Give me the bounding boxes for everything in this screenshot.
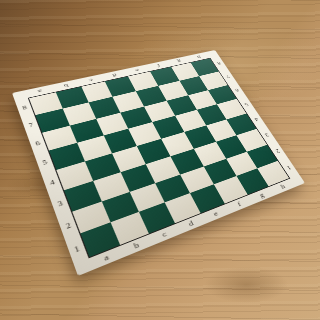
wood-table: abcdefgh abcdefgh 87654321 87654321 xyxy=(0,0,320,320)
board-sheet: abcdefgh abcdefgh 87654321 87654321 xyxy=(12,50,305,276)
chess-board: abcdefgh abcdefgh 87654321 87654321 xyxy=(0,0,320,320)
